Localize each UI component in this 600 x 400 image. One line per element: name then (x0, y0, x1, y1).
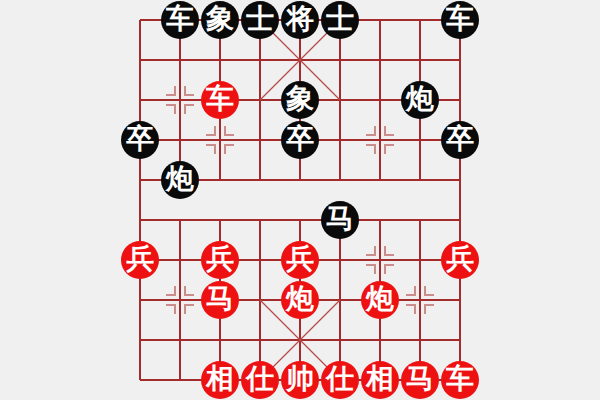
piece-label: 帅 (286, 365, 314, 393)
piece-red-horse[interactable]: 马 (401, 361, 439, 399)
piece-black-horse[interactable]: 马 (321, 201, 359, 239)
point-c0[interactable]: 相 (200, 360, 240, 400)
piece-black-soldier[interactable]: 卒 (441, 121, 479, 159)
piece-red-soldier[interactable]: 兵 (121, 241, 159, 279)
point-e6[interactable]: 卒 (280, 120, 320, 160)
piece-label: 仕 (246, 365, 274, 393)
point-g7 (360, 80, 400, 120)
point-a6[interactable]: 卒 (120, 120, 160, 160)
point-i0[interactable]: 车 (440, 360, 480, 400)
point-i8 (440, 40, 480, 80)
board-grid: 车象士将士车车象炮卒卒卒炮马兵兵兵兵马炮炮相仕帅仕相马车 (120, 0, 480, 400)
point-d5 (240, 160, 280, 200)
point-a1 (120, 320, 160, 360)
piece-black-soldier[interactable]: 卒 (281, 121, 319, 159)
point-c9[interactable]: 象 (200, 0, 240, 40)
piece-red-elephant[interactable]: 相 (201, 361, 239, 399)
piece-label: 卒 (446, 125, 474, 153)
xiangqi-board: 车象士将士车车象炮卒卒卒炮马兵兵兵兵马炮炮相仕帅仕相马车 (0, 0, 600, 400)
piece-red-general[interactable]: 帅 (281, 361, 319, 399)
piece-black-cannon[interactable]: 炮 (401, 81, 439, 119)
point-d8 (240, 40, 280, 80)
piece-label: 炮 (166, 165, 194, 193)
point-a2 (120, 280, 160, 320)
point-c5 (200, 160, 240, 200)
point-i9[interactable]: 车 (440, 0, 480, 40)
point-f1 (320, 320, 360, 360)
point-f5 (320, 160, 360, 200)
piece-label: 象 (286, 85, 314, 113)
point-f6 (320, 120, 360, 160)
point-b6 (160, 120, 200, 160)
point-f8 (320, 40, 360, 80)
piece-label: 车 (446, 365, 474, 393)
point-h7[interactable]: 炮 (400, 80, 440, 120)
point-c1 (200, 320, 240, 360)
piece-label: 马 (326, 205, 354, 233)
point-d0[interactable]: 仕 (240, 360, 280, 400)
point-g5 (360, 160, 400, 200)
point-b3 (160, 240, 200, 280)
point-d9[interactable]: 士 (240, 0, 280, 40)
point-i5 (440, 160, 480, 200)
piece-black-elephant[interactable]: 象 (281, 81, 319, 119)
piece-black-chariot[interactable]: 车 (441, 1, 479, 39)
point-b9[interactable]: 车 (160, 0, 200, 40)
piece-red-advisor[interactable]: 仕 (321, 361, 359, 399)
piece-label: 将 (286, 5, 314, 33)
point-a9 (120, 0, 160, 40)
point-i1 (440, 320, 480, 360)
piece-label: 炮 (286, 285, 314, 313)
point-h0[interactable]: 马 (400, 360, 440, 400)
point-d4 (240, 200, 280, 240)
point-c2[interactable]: 马 (200, 280, 240, 320)
point-b2 (160, 280, 200, 320)
point-a5 (120, 160, 160, 200)
point-a4 (120, 200, 160, 240)
point-g8 (360, 40, 400, 80)
point-h4 (400, 200, 440, 240)
point-e2[interactable]: 炮 (280, 280, 320, 320)
point-e0[interactable]: 帅 (280, 360, 320, 400)
piece-red-cannon[interactable]: 炮 (361, 281, 399, 319)
piece-red-soldier[interactable]: 兵 (441, 241, 479, 279)
piece-label: 兵 (206, 245, 234, 273)
point-h5 (400, 160, 440, 200)
point-e4 (280, 200, 320, 240)
point-g2[interactable]: 炮 (360, 280, 400, 320)
piece-black-soldier[interactable]: 卒 (121, 121, 159, 159)
point-e7[interactable]: 象 (280, 80, 320, 120)
point-h2 (400, 280, 440, 320)
piece-label: 相 (366, 365, 394, 393)
point-g1 (360, 320, 400, 360)
point-h6 (400, 120, 440, 160)
point-g3 (360, 240, 400, 280)
point-a8 (120, 40, 160, 80)
piece-label: 兵 (286, 245, 314, 273)
point-d1 (240, 320, 280, 360)
point-b4 (160, 200, 200, 240)
point-h9 (400, 0, 440, 40)
point-f9[interactable]: 士 (320, 0, 360, 40)
piece-red-horse[interactable]: 马 (201, 281, 239, 319)
point-c7[interactable]: 车 (200, 80, 240, 120)
point-f0[interactable]: 仕 (320, 360, 360, 400)
point-e3[interactable]: 兵 (280, 240, 320, 280)
point-e5 (280, 160, 320, 200)
point-h3 (400, 240, 440, 280)
point-a3[interactable]: 兵 (120, 240, 160, 280)
piece-label: 马 (206, 285, 234, 313)
point-b0 (160, 360, 200, 400)
point-c3[interactable]: 兵 (200, 240, 240, 280)
piece-red-soldier[interactable]: 兵 (281, 241, 319, 279)
point-d7 (240, 80, 280, 120)
point-g6 (360, 120, 400, 160)
point-f7 (320, 80, 360, 120)
point-i2 (440, 280, 480, 320)
piece-label: 士 (246, 5, 274, 33)
point-f4[interactable]: 马 (320, 200, 360, 240)
piece-black-general[interactable]: 将 (281, 1, 319, 39)
point-d6 (240, 120, 280, 160)
point-g4 (360, 200, 400, 240)
point-b5[interactable]: 炮 (160, 160, 200, 200)
piece-red-advisor[interactable]: 仕 (241, 361, 279, 399)
point-i6[interactable]: 卒 (440, 120, 480, 160)
piece-label: 炮 (366, 285, 394, 313)
piece-black-chariot[interactable]: 车 (161, 1, 199, 39)
point-e1 (280, 320, 320, 360)
point-b1 (160, 320, 200, 360)
point-g0[interactable]: 相 (360, 360, 400, 400)
piece-label: 卒 (126, 125, 154, 153)
piece-label: 卒 (286, 125, 314, 153)
piece-label: 兵 (446, 245, 474, 273)
point-h1 (400, 320, 440, 360)
point-f3 (320, 240, 360, 280)
piece-red-soldier[interactable]: 兵 (201, 241, 239, 279)
point-c6 (200, 120, 240, 160)
piece-label: 仕 (326, 365, 354, 393)
piece-label: 兵 (126, 245, 154, 273)
point-g9 (360, 0, 400, 40)
point-h8 (400, 40, 440, 80)
piece-label: 马 (406, 365, 434, 393)
piece-label: 车 (206, 85, 234, 113)
piece-label: 车 (166, 5, 194, 33)
point-d3 (240, 240, 280, 280)
point-i4 (440, 200, 480, 240)
piece-label: 象 (206, 5, 234, 33)
piece-red-chariot[interactable]: 车 (441, 361, 479, 399)
piece-red-elephant[interactable]: 相 (361, 361, 399, 399)
point-f2 (320, 280, 360, 320)
piece-red-chariot[interactable]: 车 (201, 81, 239, 119)
piece-label: 相 (206, 365, 234, 393)
point-a7 (120, 80, 160, 120)
piece-label: 车 (446, 5, 474, 33)
point-e9[interactable]: 将 (280, 0, 320, 40)
point-b7 (160, 80, 200, 120)
piece-label: 士 (326, 5, 354, 33)
point-e8 (280, 40, 320, 80)
point-i3[interactable]: 兵 (440, 240, 480, 280)
point-b8 (160, 40, 200, 80)
point-c8 (200, 40, 240, 80)
point-i7 (440, 80, 480, 120)
piece-red-cannon[interactable]: 炮 (281, 281, 319, 319)
point-a0 (120, 360, 160, 400)
point-d2 (240, 280, 280, 320)
piece-black-advisor[interactable]: 士 (241, 1, 279, 39)
piece-black-advisor[interactable]: 士 (321, 1, 359, 39)
piece-black-cannon[interactable]: 炮 (161, 161, 199, 199)
piece-black-elephant[interactable]: 象 (201, 1, 239, 39)
piece-label: 炮 (406, 85, 434, 113)
point-c4 (200, 200, 240, 240)
